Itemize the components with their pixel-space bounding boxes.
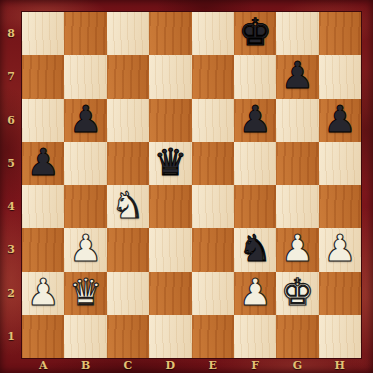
rank-label-4: 4 [0,185,22,228]
file-label-e: E [192,358,234,373]
square-b8[interactable] [64,12,106,55]
white-pawn-a2: ♟ [27,274,60,311]
white-pawn-h3: ♟ [323,230,356,267]
rank-label-2: 2 [0,272,22,315]
square-d5[interactable]: ♛ [149,142,191,185]
black-pawn-h6: ♟ [323,101,356,138]
square-h8[interactable] [319,12,361,55]
square-b2[interactable]: ♛ [64,272,106,315]
square-e2[interactable] [192,272,234,315]
file-labels: ABCDEFGH [22,358,361,373]
white-knight-c4: ♞ [111,187,144,224]
white-pawn-g3: ♟ [281,230,314,267]
square-g2[interactable]: ♚ [276,272,318,315]
square-f2[interactable]: ♟ [234,272,276,315]
square-h1[interactable] [319,315,361,358]
square-g4[interactable] [276,185,318,228]
square-g3[interactable]: ♟ [276,228,318,271]
square-a7[interactable] [22,55,64,98]
square-c4[interactable]: ♞ [107,185,149,228]
square-e3[interactable] [192,228,234,271]
square-d8[interactable] [149,12,191,55]
square-b4[interactable] [64,185,106,228]
black-pawn-b6: ♟ [69,101,102,138]
square-b7[interactable] [64,55,106,98]
square-a6[interactable] [22,99,64,142]
square-f4[interactable] [234,185,276,228]
file-label-d: D [149,358,191,373]
square-h2[interactable] [319,272,361,315]
white-queen-b2: ♛ [69,274,102,311]
square-d3[interactable] [149,228,191,271]
square-e5[interactable] [192,142,234,185]
black-pawn-a5: ♟ [27,144,60,181]
file-label-h: H [319,358,361,373]
file-label-f: F [234,358,276,373]
square-d6[interactable] [149,99,191,142]
square-b1[interactable] [64,315,106,358]
square-b6[interactable]: ♟ [64,99,106,142]
square-c6[interactable] [107,99,149,142]
rank-labels: 87654321 [0,12,22,358]
square-g6[interactable] [276,99,318,142]
rank-label-6: 6 [0,99,22,142]
square-b5[interactable] [64,142,106,185]
square-h4[interactable] [319,185,361,228]
black-knight-f3: ♞ [238,230,271,267]
square-c3[interactable] [107,228,149,271]
square-g8[interactable] [276,12,318,55]
square-f1[interactable] [234,315,276,358]
black-pawn-g7: ♟ [281,57,314,94]
square-d1[interactable] [149,315,191,358]
square-e4[interactable] [192,185,234,228]
rank-label-5: 5 [0,142,22,185]
square-g1[interactable] [276,315,318,358]
black-queen-d5: ♛ [154,144,187,181]
file-label-g: G [276,358,318,373]
board: ♚♟♟♟♟♟♛♞♟♞♟♟♟♛♟♚ [22,12,361,358]
square-f8[interactable]: ♚ [234,12,276,55]
square-e7[interactable] [192,55,234,98]
white-pawn-b3: ♟ [69,230,102,267]
rank-label-3: 3 [0,228,22,271]
file-label-a: A [22,358,64,373]
square-f7[interactable] [234,55,276,98]
square-d2[interactable] [149,272,191,315]
square-e1[interactable] [192,315,234,358]
square-c5[interactable] [107,142,149,185]
square-d7[interactable] [149,55,191,98]
white-king-g2: ♚ [281,274,314,311]
square-c1[interactable] [107,315,149,358]
square-e8[interactable] [192,12,234,55]
square-a5[interactable]: ♟ [22,142,64,185]
square-a2[interactable]: ♟ [22,272,64,315]
square-g5[interactable] [276,142,318,185]
square-a8[interactable] [22,12,64,55]
white-pawn-f2: ♟ [238,274,271,311]
rank-label-8: 8 [0,12,22,55]
square-c7[interactable] [107,55,149,98]
square-f6[interactable]: ♟ [234,99,276,142]
square-h6[interactable]: ♟ [319,99,361,142]
square-a1[interactable] [22,315,64,358]
square-c8[interactable] [107,12,149,55]
square-e6[interactable] [192,99,234,142]
black-king-f8: ♚ [238,14,271,51]
square-d4[interactable] [149,185,191,228]
square-h3[interactable]: ♟ [319,228,361,271]
square-c2[interactable] [107,272,149,315]
square-a4[interactable] [22,185,64,228]
file-label-c: C [107,358,149,373]
square-h5[interactable] [319,142,361,185]
square-h7[interactable] [319,55,361,98]
file-label-b: B [64,358,106,373]
rank-label-7: 7 [0,55,22,98]
square-f3[interactable]: ♞ [234,228,276,271]
square-a3[interactable] [22,228,64,271]
square-g7[interactable]: ♟ [276,55,318,98]
chess-board-frame: 87654321 ♚♟♟♟♟♟♛♞♟♞♟♟♟♛♟♚ ABCDEFGH [0,0,373,373]
rank-label-1: 1 [0,315,22,358]
square-f5[interactable] [234,142,276,185]
square-b3[interactable]: ♟ [64,228,106,271]
black-pawn-f6: ♟ [238,101,271,138]
